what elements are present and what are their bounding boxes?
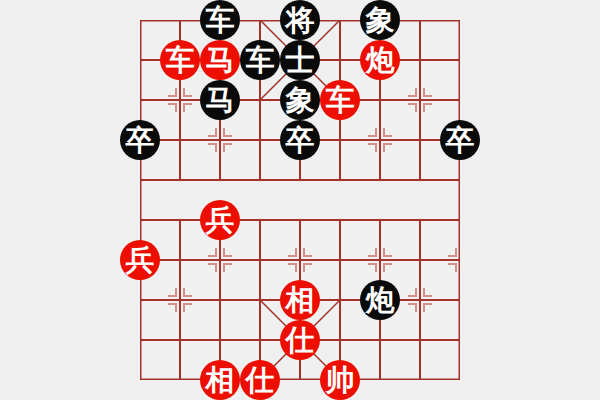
position-marker	[184, 304, 192, 312]
piece-red-general[interactable]: 帅	[320, 360, 360, 400]
piece-black-general[interactable]: 将	[280, 0, 320, 40]
piece-red-chariot[interactable]: 车	[160, 40, 200, 80]
position-marker	[224, 264, 232, 272]
position-marker	[408, 304, 416, 312]
position-marker	[224, 144, 232, 152]
position-marker	[448, 248, 456, 256]
position-marker	[408, 88, 416, 96]
piece-red-cannon[interactable]: 炮	[360, 40, 400, 80]
piece-red-soldier[interactable]: 兵	[200, 200, 240, 240]
position-marker	[184, 288, 192, 296]
position-marker	[384, 144, 392, 152]
position-marker	[184, 88, 192, 96]
position-marker	[408, 288, 416, 296]
position-marker	[288, 248, 296, 256]
position-marker	[424, 88, 432, 96]
piece-black-soldier[interactable]: 卒	[280, 120, 320, 160]
position-marker	[424, 304, 432, 312]
position-marker	[368, 248, 376, 256]
piece-red-elephant[interactable]: 相	[200, 360, 240, 400]
position-marker	[208, 144, 216, 152]
piece-red-advisor[interactable]: 仕	[280, 320, 320, 360]
piece-black-cannon[interactable]: 炮	[360, 280, 400, 320]
piece-red-soldier[interactable]: 兵	[120, 240, 160, 280]
position-marker	[224, 128, 232, 136]
piece-red-elephant[interactable]: 相	[280, 280, 320, 320]
position-marker	[184, 104, 192, 112]
position-marker	[168, 104, 176, 112]
position-marker	[304, 264, 312, 272]
piece-red-horse[interactable]: 马	[200, 40, 240, 80]
position-marker	[304, 248, 312, 256]
position-marker	[424, 288, 432, 296]
position-marker	[168, 304, 176, 312]
xiangqi-board: 车将象车马车士炮马象车卒卒卒兵兵相炮仕相仕帅	[140, 20, 460, 380]
position-marker	[224, 248, 232, 256]
piece-black-soldier[interactable]: 卒	[440, 120, 480, 160]
piece-black-horse[interactable]: 马	[200, 80, 240, 120]
piece-red-chariot[interactable]: 车	[320, 80, 360, 120]
position-marker	[384, 248, 392, 256]
position-marker	[368, 264, 376, 272]
position-marker	[208, 264, 216, 272]
position-marker	[288, 264, 296, 272]
position-marker	[384, 128, 392, 136]
piece-red-advisor[interactable]: 仕	[240, 360, 280, 400]
piece-black-advisor[interactable]: 士	[280, 40, 320, 80]
xiangqi-app-background: 车将象车马车士炮马象车卒卒卒兵兵相炮仕相仕帅	[0, 0, 600, 400]
position-marker	[384, 264, 392, 272]
position-marker	[368, 128, 376, 136]
piece-black-elephant[interactable]: 象	[280, 80, 320, 120]
position-marker	[408, 104, 416, 112]
piece-black-chariot[interactable]: 车	[200, 0, 240, 40]
position-marker	[448, 264, 456, 272]
position-marker	[208, 248, 216, 256]
position-marker	[208, 128, 216, 136]
piece-black-elephant[interactable]: 象	[360, 0, 400, 40]
position-marker	[424, 104, 432, 112]
position-marker	[168, 288, 176, 296]
piece-black-chariot[interactable]: 车	[240, 40, 280, 80]
piece-black-soldier[interactable]: 卒	[120, 120, 160, 160]
position-marker	[368, 144, 376, 152]
position-marker	[168, 88, 176, 96]
